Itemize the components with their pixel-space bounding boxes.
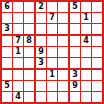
sudoku-box-r1c1: 63 xyxy=(2,2,34,34)
sudoku-cell-r6c2-empty[interactable] xyxy=(13,58,23,68)
sudoku-cell-r2c1-empty[interactable] xyxy=(2,13,12,23)
sudoku-cell-r6c9-empty[interactable] xyxy=(92,58,102,68)
sudoku-cell-r5c7-empty[interactable] xyxy=(70,47,80,57)
sudoku-cell-r5c2-given[interactable]: 1 xyxy=(13,47,23,57)
sudoku-cell-r1c3-empty[interactable] xyxy=(24,2,34,12)
sudoku-cell-r4c6-empty[interactable] xyxy=(58,36,68,46)
sudoku-cell-r5c9-empty[interactable] xyxy=(92,47,102,57)
sudoku-cell-r3c4-empty[interactable] xyxy=(36,24,46,34)
sudoku-cell-r1c5-empty[interactable] xyxy=(47,2,57,12)
sudoku-cell-r2c2-empty[interactable] xyxy=(13,13,23,23)
sudoku-cell-r6c5-empty[interactable] xyxy=(47,58,57,68)
sudoku-cell-r7c8-empty[interactable] xyxy=(81,70,91,80)
sudoku-cell-r9c7-empty[interactable] xyxy=(70,92,80,102)
sudoku-cell-r7c5-given[interactable]: 1 xyxy=(47,70,57,80)
sudoku-cell-r4c7-empty[interactable] xyxy=(70,36,80,46)
sudoku-cell-r9c5-empty[interactable] xyxy=(47,92,57,102)
sudoku-cell-r6c4-given[interactable]: 3 xyxy=(36,58,46,68)
sudoku-cell-r9c2-given[interactable]: 4 xyxy=(13,92,23,102)
sudoku-box-r3c3: 39 xyxy=(70,70,102,102)
sudoku-cell-r9c3-empty[interactable] xyxy=(24,92,34,102)
sudoku-cell-r9c8-empty[interactable] xyxy=(81,92,91,102)
sudoku-cell-r1c2-empty[interactable] xyxy=(13,2,23,12)
sudoku-cell-r6c7-empty[interactable] xyxy=(70,58,80,68)
sudoku-cell-r2c5-given[interactable]: 7 xyxy=(47,13,57,23)
sudoku-cell-r4c9-empty[interactable] xyxy=(92,36,102,46)
sudoku-cell-r8c4-empty[interactable] xyxy=(36,81,46,91)
sudoku-cell-r3c3-empty[interactable] xyxy=(24,24,34,34)
sudoku-cell-r8c9-empty[interactable] xyxy=(92,81,102,91)
sudoku-cell-r4c3-given[interactable]: 8 xyxy=(24,36,34,46)
sudoku-box-r2c2: 93 xyxy=(36,36,68,68)
sudoku-cell-r4c8-given[interactable]: 4 xyxy=(81,36,91,46)
sudoku-cell-r2c7-empty[interactable] xyxy=(70,13,80,23)
sudoku-box-r1c2: 27 xyxy=(36,2,68,34)
sudoku-cell-r7c9-empty[interactable] xyxy=(92,70,102,80)
sudoku-cell-r8c7-given[interactable]: 9 xyxy=(70,81,80,91)
sudoku-cell-r4c2-given[interactable]: 7 xyxy=(13,36,23,46)
sudoku-cell-r3c8-empty[interactable] xyxy=(81,24,91,34)
sudoku-cell-r7c3-empty[interactable] xyxy=(24,70,34,80)
sudoku-cell-r8c5-empty[interactable] xyxy=(47,81,57,91)
sudoku-cell-r7c6-empty[interactable] xyxy=(58,70,68,80)
sudoku-cell-r7c4-empty[interactable] xyxy=(36,70,46,80)
sudoku-cell-r5c6-empty[interactable] xyxy=(58,47,68,57)
sudoku-cell-r2c4-empty[interactable] xyxy=(36,13,46,23)
sudoku-cell-r5c4-given[interactable]: 9 xyxy=(36,47,46,57)
sudoku-cell-r4c1-empty[interactable] xyxy=(2,36,12,46)
sudoku-cell-r1c4-given[interactable]: 2 xyxy=(36,2,46,12)
sudoku-cell-r3c9-empty[interactable] xyxy=(92,24,102,34)
sudoku-cell-r9c1-empty[interactable] xyxy=(2,92,12,102)
sudoku-cell-r2c9-empty[interactable] xyxy=(92,13,102,23)
sudoku-cell-r9c6-empty[interactable] xyxy=(58,92,68,102)
sudoku-cell-r2c8-given[interactable]: 1 xyxy=(81,13,91,23)
sudoku-box-r2c3: 4 xyxy=(70,36,102,68)
sudoku-cell-r1c9-empty[interactable] xyxy=(92,2,102,12)
sudoku-cell-r5c1-empty[interactable] xyxy=(2,47,12,57)
sudoku-cell-r8c2-empty[interactable] xyxy=(13,81,23,91)
sudoku-cell-r3c2-empty[interactable] xyxy=(13,24,23,34)
sudoku-board: 63275178193454139 xyxy=(0,0,104,104)
sudoku-cell-r2c6-empty[interactable] xyxy=(58,13,68,23)
sudoku-cell-r9c4-empty[interactable] xyxy=(36,92,46,102)
sudoku-box-r2c1: 781 xyxy=(2,36,34,68)
sudoku-cell-r7c2-empty[interactable] xyxy=(13,70,23,80)
sudoku-cell-r1c8-empty[interactable] xyxy=(81,2,91,12)
sudoku-cell-r3c6-empty[interactable] xyxy=(58,24,68,34)
sudoku-cell-r3c5-empty[interactable] xyxy=(47,24,57,34)
sudoku-cell-r4c4-empty[interactable] xyxy=(36,36,46,46)
sudoku-cell-r8c6-empty[interactable] xyxy=(58,81,68,91)
sudoku-box-r1c3: 51 xyxy=(70,2,102,34)
sudoku-cell-r3c1-given[interactable]: 3 xyxy=(2,24,12,34)
sudoku-cell-r1c1-given[interactable]: 6 xyxy=(2,2,12,12)
sudoku-cell-r1c7-given[interactable]: 5 xyxy=(70,2,80,12)
sudoku-cell-r9c9-empty[interactable] xyxy=(92,92,102,102)
sudoku-cell-r4c5-empty[interactable] xyxy=(47,36,57,46)
sudoku-cell-r1c6-empty[interactable] xyxy=(58,2,68,12)
sudoku-cell-r6c6-empty[interactable] xyxy=(58,58,68,68)
sudoku-cell-r6c8-empty[interactable] xyxy=(81,58,91,68)
sudoku-cell-r8c1-given[interactable]: 5 xyxy=(2,81,12,91)
sudoku-cell-r3c7-empty[interactable] xyxy=(70,24,80,34)
sudoku-cell-r6c1-empty[interactable] xyxy=(2,58,12,68)
sudoku-cell-r7c7-given[interactable]: 3 xyxy=(70,70,80,80)
sudoku-cell-r6c3-empty[interactable] xyxy=(24,58,34,68)
sudoku-box-r3c2: 1 xyxy=(36,70,68,102)
sudoku-box-r3c1: 54 xyxy=(2,70,34,102)
sudoku-cell-r5c3-empty[interactable] xyxy=(24,47,34,57)
sudoku-cell-r5c8-empty[interactable] xyxy=(81,47,91,57)
sudoku-cell-r7c1-empty[interactable] xyxy=(2,70,12,80)
sudoku-cell-r8c8-empty[interactable] xyxy=(81,81,91,91)
sudoku-cell-r5c5-empty[interactable] xyxy=(47,47,57,57)
sudoku-cell-r2c3-empty[interactable] xyxy=(24,13,34,23)
sudoku-cell-r8c3-empty[interactable] xyxy=(24,81,34,91)
